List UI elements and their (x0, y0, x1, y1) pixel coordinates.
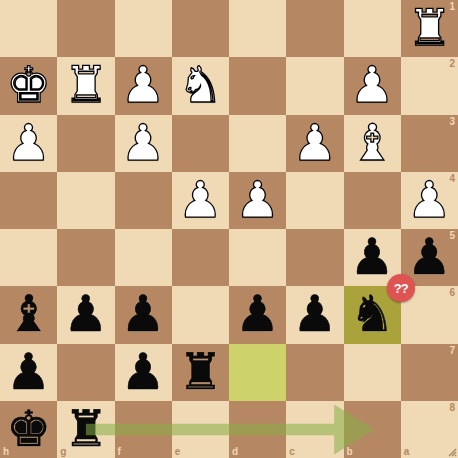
square-d1[interactable] (229, 0, 286, 57)
white-knight[interactable]: ♞ (172, 57, 229, 114)
rank-label-6: 6 (449, 287, 455, 298)
square-f6[interactable]: ♟ (115, 286, 172, 343)
file-label-e: e (175, 446, 181, 457)
white-pawn[interactable]: ♟ (401, 172, 458, 229)
square-d2[interactable] (229, 57, 286, 114)
square-h4[interactable] (0, 172, 57, 229)
white-pawn[interactable]: ♟ (229, 172, 286, 229)
square-b8[interactable]: b (344, 401, 401, 458)
black-pawn[interactable]: ♟ (229, 286, 286, 343)
square-g8[interactable]: ♜g (57, 401, 114, 458)
square-f1[interactable] (115, 0, 172, 57)
square-h2[interactable]: ♚ (0, 57, 57, 114)
square-e6[interactable] (172, 286, 229, 343)
white-pawn[interactable]: ♟ (344, 57, 401, 114)
square-e4[interactable]: ♟ (172, 172, 229, 229)
square-a2[interactable]: 2 (401, 57, 458, 114)
square-b7[interactable] (344, 344, 401, 401)
square-c7[interactable] (286, 344, 343, 401)
white-rook[interactable]: ♜ (401, 0, 458, 57)
square-d3[interactable] (229, 115, 286, 172)
file-label-b: b (347, 446, 353, 457)
white-king[interactable]: ♚ (0, 57, 57, 114)
square-f7[interactable]: ♟ (115, 344, 172, 401)
black-pawn[interactable]: ♟ (57, 286, 114, 343)
square-g3[interactable] (57, 115, 114, 172)
square-c5[interactable] (286, 229, 343, 286)
square-e1[interactable] (172, 0, 229, 57)
square-h7[interactable]: ♟ (0, 344, 57, 401)
square-c1[interactable] (286, 0, 343, 57)
black-pawn[interactable]: ♟ (115, 286, 172, 343)
white-rook[interactable]: ♜ (57, 57, 114, 114)
chess-board: ♜1♚♜♟♞♟2♟♟♟♝3♟♟♟4♟♟5♝♟♟♟♟♞6♟♟♜7♚h♜gfedcb… (0, 0, 458, 458)
square-b1[interactable] (344, 0, 401, 57)
rank-label-2: 2 (449, 58, 455, 69)
white-pawn[interactable]: ♟ (172, 172, 229, 229)
square-d8[interactable]: d (229, 401, 286, 458)
blunder-badge: ?? (387, 274, 415, 302)
square-g4[interactable] (57, 172, 114, 229)
black-rook[interactable]: ♜ (57, 401, 114, 458)
square-b3[interactable]: ♝ (344, 115, 401, 172)
white-pawn[interactable]: ♟ (0, 115, 57, 172)
square-e2[interactable]: ♞ (172, 57, 229, 114)
rank-label-7: 7 (449, 345, 455, 356)
black-pawn[interactable]: ♟ (115, 344, 172, 401)
square-b4[interactable] (344, 172, 401, 229)
file-label-a: a (404, 446, 410, 457)
square-d7[interactable] (229, 344, 286, 401)
square-a3[interactable]: 3 (401, 115, 458, 172)
square-f3[interactable]: ♟ (115, 115, 172, 172)
file-label-f: f (118, 446, 121, 457)
square-g2[interactable]: ♜ (57, 57, 114, 114)
square-a4[interactable]: ♟4 (401, 172, 458, 229)
square-g1[interactable] (57, 0, 114, 57)
rank-label-3: 3 (449, 116, 455, 127)
square-c4[interactable] (286, 172, 343, 229)
black-rook[interactable]: ♜ (172, 344, 229, 401)
square-d4[interactable]: ♟ (229, 172, 286, 229)
resize-handle[interactable] (446, 446, 457, 457)
white-pawn[interactable]: ♟ (115, 115, 172, 172)
square-c8[interactable]: c (286, 401, 343, 458)
square-h8[interactable]: ♚h (0, 401, 57, 458)
rank-label-8: 8 (449, 402, 455, 413)
square-g5[interactable] (57, 229, 114, 286)
square-f4[interactable] (115, 172, 172, 229)
black-king[interactable]: ♚ (0, 401, 57, 458)
square-e7[interactable]: ♜ (172, 344, 229, 401)
black-pawn[interactable]: ♟ (286, 286, 343, 343)
black-pawn[interactable]: ♟ (0, 344, 57, 401)
square-g6[interactable]: ♟ (57, 286, 114, 343)
square-c2[interactable] (286, 57, 343, 114)
square-d6[interactable]: ♟ (229, 286, 286, 343)
square-c3[interactable]: ♟ (286, 115, 343, 172)
file-label-c: c (289, 446, 295, 457)
square-e5[interactable] (172, 229, 229, 286)
white-bishop[interactable]: ♝ (344, 115, 401, 172)
square-h1[interactable] (0, 0, 57, 57)
square-e3[interactable] (172, 115, 229, 172)
square-c6[interactable]: ♟ (286, 286, 343, 343)
square-a7[interactable]: 7 (401, 344, 458, 401)
square-f2[interactable]: ♟ (115, 57, 172, 114)
square-e8[interactable]: e (172, 401, 229, 458)
square-f8[interactable]: f (115, 401, 172, 458)
white-pawn[interactable]: ♟ (286, 115, 343, 172)
square-f5[interactable] (115, 229, 172, 286)
square-d5[interactable] (229, 229, 286, 286)
square-h3[interactable]: ♟ (0, 115, 57, 172)
square-g7[interactable] (57, 344, 114, 401)
black-bishop[interactable]: ♝ (0, 286, 57, 343)
square-a1[interactable]: ♜1 (401, 0, 458, 57)
file-label-d: d (232, 446, 238, 457)
square-h6[interactable]: ♝ (0, 286, 57, 343)
white-pawn[interactable]: ♟ (115, 57, 172, 114)
square-h5[interactable] (0, 229, 57, 286)
square-b2[interactable]: ♟ (344, 57, 401, 114)
board-grid: ♜1♚♜♟♞♟2♟♟♟♝3♟♟♟4♟♟5♝♟♟♟♟♞6♟♟♜7♚h♜gfedcb… (0, 0, 458, 458)
